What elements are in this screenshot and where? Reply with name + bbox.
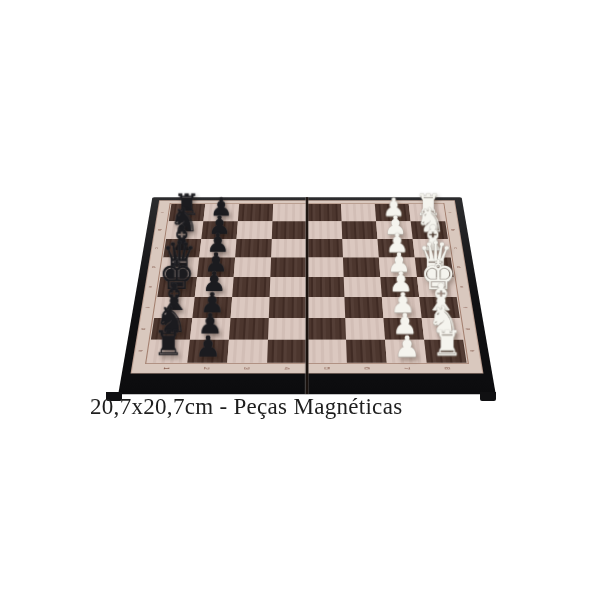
square-e6: [344, 277, 382, 297]
square-b4: [272, 221, 307, 239]
square-g4: [268, 318, 307, 340]
square-a4: [272, 204, 307, 221]
square-c4: [271, 239, 307, 258]
square-e4: [270, 277, 307, 297]
square-a3: [238, 204, 273, 221]
square-g5: [307, 318, 346, 340]
square-a5: [307, 204, 342, 221]
rank-label-4: 4: [281, 356, 293, 381]
board-foot-right: [480, 392, 496, 401]
square-f6: [344, 297, 383, 318]
square-d6: [343, 258, 380, 277]
square-h3: [227, 340, 268, 363]
square-d4: [270, 258, 307, 277]
square-f5: [307, 297, 345, 318]
square-g6: [345, 318, 385, 340]
white-pawn: ♟: [394, 332, 420, 361]
square-e3: [232, 277, 270, 297]
rank-label-5: 5: [321, 356, 333, 381]
square-h8: ♜: [424, 340, 466, 363]
black-pawn: ♟: [194, 332, 220, 361]
square-h7: ♟: [385, 340, 427, 363]
caption: 20,7x20,7cm - Peças Magnéticas: [90, 394, 402, 420]
square-g3: [229, 318, 269, 340]
square-h4: [267, 340, 307, 363]
square-c5: [307, 239, 343, 258]
square-b3: [237, 221, 273, 239]
square-e5: [307, 277, 344, 297]
page: ♜♟♟♜♞♟♟♞♝♟♟♝♛♟♟♛♚♟♟♚♝♟♟♝♞♟♟♞♜♟♟♜ 1234567…: [0, 0, 600, 600]
square-d5: [307, 258, 344, 277]
square-h1: ♜: [147, 340, 189, 363]
square-h5: [307, 340, 347, 363]
rank-label-3: 3: [240, 356, 253, 381]
black-rook: ♜: [152, 326, 183, 360]
square-d3: [234, 258, 271, 277]
square-b6: [342, 221, 378, 239]
square-f4: [269, 297, 307, 318]
square-c3: [235, 239, 272, 258]
chess-board: ♜♟♟♜♞♟♟♞♝♟♟♝♛♟♟♛♚♟♟♚♝♟♟♝♞♟♟♞♜♟♟♜ 1234567…: [118, 197, 496, 394]
rank-label-6: 6: [361, 356, 374, 381]
square-h6: [346, 340, 387, 363]
square-h2: ♟: [187, 340, 229, 363]
square-a6: [341, 204, 376, 221]
square-f3: [231, 297, 270, 318]
square-b5: [307, 221, 342, 239]
white-rook: ♜: [431, 326, 462, 360]
square-c6: [342, 239, 379, 258]
